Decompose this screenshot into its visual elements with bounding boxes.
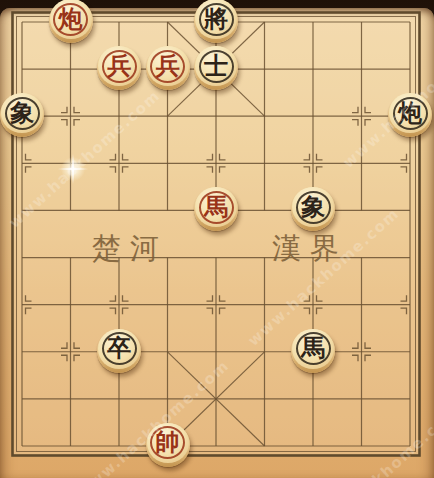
board-point-5-7[interactable] <box>240 328 289 375</box>
xiangqi-app-screen: 楚河 漢界 炮將兵兵士象炮馬象卒馬帥 www.hackhome.com www.… <box>0 0 434 478</box>
board-point-0-3[interactable] <box>0 140 46 187</box>
board-point-7-4[interactable] <box>337 187 386 234</box>
board-point-3-6[interactable] <box>143 281 192 328</box>
board-point-0-5[interactable] <box>0 234 46 281</box>
board-point-3-3[interactable] <box>143 140 192 187</box>
piece-face: 士 <box>195 46 237 86</box>
board-point-6-2[interactable] <box>289 93 338 140</box>
piece-red-cannon[interactable]: 炮 <box>49 0 93 43</box>
board-point-8-3[interactable] <box>386 140 434 187</box>
board-point-8-7[interactable] <box>386 328 434 375</box>
board-point-4-2[interactable] <box>192 93 241 140</box>
board-point-8-2[interactable]: 炮 <box>386 93 434 140</box>
board-point-1-2[interactable] <box>46 93 95 140</box>
piece-face: 兵 <box>147 46 189 86</box>
board-point-7-3[interactable] <box>337 140 386 187</box>
piece-character: 炮 <box>59 7 83 31</box>
board-point-4-7[interactable] <box>192 328 241 375</box>
piece-face: 象 <box>292 187 334 227</box>
board-point-4-9[interactable] <box>192 422 241 469</box>
board-point-6-9[interactable] <box>289 422 338 469</box>
piece-character: 兵 <box>107 54 131 78</box>
board-point-6-4[interactable]: 象 <box>289 187 338 234</box>
board-point-5-6[interactable] <box>240 281 289 328</box>
piece-black-horse[interactable]: 馬 <box>291 329 335 373</box>
board-point-7-1[interactable] <box>337 46 386 93</box>
board-point-6-8[interactable] <box>289 375 338 422</box>
board-point-3-2[interactable] <box>143 93 192 140</box>
piece-character: 象 <box>10 101 34 125</box>
piece-red-horse[interactable]: 馬 <box>194 187 238 231</box>
board-point-6-3[interactable] <box>289 140 338 187</box>
board-point-8-4[interactable] <box>386 187 434 234</box>
board-point-4-5[interactable] <box>192 234 241 281</box>
board-point-0-9[interactable] <box>0 422 46 469</box>
board-point-2-4[interactable] <box>95 187 144 234</box>
piece-face: 將 <box>195 0 237 39</box>
board-point-0-2[interactable]: 象 <box>0 93 46 140</box>
board-point-6-6[interactable] <box>289 281 338 328</box>
board-point-0-6[interactable] <box>0 281 46 328</box>
board-point-1-1[interactable] <box>46 46 95 93</box>
board-point-2-7[interactable]: 卒 <box>95 328 144 375</box>
board-point-0-0[interactable] <box>0 0 46 46</box>
board-point-2-0[interactable] <box>95 0 144 46</box>
piece-red-pawn-1[interactable]: 兵 <box>97 46 141 90</box>
board-point-8-6[interactable] <box>386 281 434 328</box>
board-point-5-5[interactable] <box>240 234 289 281</box>
board-point-4-0[interactable]: 將 <box>192 0 241 46</box>
board-point-8-8[interactable] <box>386 375 434 422</box>
piece-character: 馬 <box>204 195 228 219</box>
board-point-1-5[interactable] <box>46 234 95 281</box>
piece-black-advisor[interactable]: 士 <box>194 46 238 90</box>
piece-character: 炮 <box>398 101 422 125</box>
board-point-5-4[interactable] <box>240 187 289 234</box>
board-point-8-5[interactable] <box>386 234 434 281</box>
piece-black-elephant-2[interactable]: 象 <box>291 187 335 231</box>
board-point-7-7[interactable] <box>337 328 386 375</box>
board-point-0-8[interactable] <box>0 375 46 422</box>
board-point-8-0[interactable] <box>386 0 434 46</box>
board-point-3-1[interactable]: 兵 <box>143 46 192 93</box>
board-point-1-9[interactable] <box>46 422 95 469</box>
board-point-5-1[interactable] <box>240 46 289 93</box>
board-point-3-0[interactable] <box>143 0 192 46</box>
sparkle-effect <box>60 156 86 182</box>
piece-face: 帥 <box>147 423 189 463</box>
board-point-3-5[interactable] <box>143 234 192 281</box>
board-point-2-6[interactable] <box>95 281 144 328</box>
piece-red-pawn-2[interactable]: 兵 <box>146 46 190 90</box>
board-point-5-9[interactable] <box>240 422 289 469</box>
board-point-5-2[interactable] <box>240 93 289 140</box>
board-point-6-7[interactable]: 馬 <box>289 328 338 375</box>
piece-black-general[interactable]: 將 <box>194 0 238 43</box>
board-point-1-8[interactable] <box>46 375 95 422</box>
board-point-2-2[interactable] <box>95 93 144 140</box>
piece-face: 炮 <box>389 93 431 133</box>
piece-red-general[interactable]: 帥 <box>146 423 190 467</box>
board-point-6-1[interactable] <box>289 46 338 93</box>
board-point-2-1[interactable]: 兵 <box>95 46 144 93</box>
board-point-6-5[interactable] <box>289 234 338 281</box>
board-point-6-0[interactable] <box>289 0 338 46</box>
piece-black-cannon[interactable]: 炮 <box>388 93 432 137</box>
board-point-2-3[interactable] <box>95 140 144 187</box>
board-point-0-4[interactable] <box>0 187 46 234</box>
piece-face: 象 <box>1 93 43 133</box>
piece-character: 馬 <box>301 336 325 360</box>
piece-character: 兵 <box>156 54 180 78</box>
piece-character: 將 <box>204 7 228 31</box>
board-point-1-0[interactable]: 炮 <box>46 0 95 46</box>
board-point-7-6[interactable] <box>337 281 386 328</box>
board-point-1-4[interactable] <box>46 187 95 234</box>
board-point-3-8[interactable] <box>143 375 192 422</box>
board-point-3-9[interactable]: 帥 <box>143 422 192 469</box>
board-point-5-3[interactable] <box>240 140 289 187</box>
board-point-7-0[interactable] <box>337 0 386 46</box>
board-point-2-5[interactable] <box>95 234 144 281</box>
piece-black-pawn[interactable]: 卒 <box>97 329 141 373</box>
board-point-4-3[interactable] <box>192 140 241 187</box>
board-point-8-1[interactable] <box>386 46 434 93</box>
board-point-5-8[interactable] <box>240 375 289 422</box>
board-point-7-2[interactable] <box>337 93 386 140</box>
piece-face: 炮 <box>50 0 92 39</box>
board-point-8-9[interactable] <box>386 422 434 469</box>
piece-face: 馬 <box>292 329 334 369</box>
board-point-4-8[interactable] <box>192 375 241 422</box>
piece-character: 象 <box>301 195 325 219</box>
board-point-3-4[interactable] <box>143 187 192 234</box>
piece-face: 馬 <box>195 187 237 227</box>
piece-character: 卒 <box>107 336 131 360</box>
piece-black-elephant-1[interactable]: 象 <box>0 93 44 137</box>
piece-character: 帥 <box>156 430 180 454</box>
board-point-2-8[interactable] <box>95 375 144 422</box>
board-point-4-4[interactable]: 馬 <box>192 187 241 234</box>
piece-face: 卒 <box>98 329 140 369</box>
board-intersections-grid: 炮將兵兵士象炮馬象卒馬帥 <box>0 0 434 470</box>
board-point-7-5[interactable] <box>337 234 386 281</box>
board-point-1-7[interactable] <box>46 328 95 375</box>
board-point-0-7[interactable] <box>0 328 46 375</box>
board-point-3-7[interactable] <box>143 328 192 375</box>
piece-face: 兵 <box>98 46 140 86</box>
board-point-1-6[interactable] <box>46 281 95 328</box>
board-point-7-8[interactable] <box>337 375 386 422</box>
board-point-4-6[interactable] <box>192 281 241 328</box>
board-point-0-1[interactable] <box>0 46 46 93</box>
board-point-5-0[interactable] <box>240 0 289 46</box>
board-point-4-1[interactable]: 士 <box>192 46 241 93</box>
board-point-2-9[interactable] <box>95 422 144 469</box>
piece-character: 士 <box>204 54 228 78</box>
board-point-7-9[interactable] <box>337 422 386 469</box>
